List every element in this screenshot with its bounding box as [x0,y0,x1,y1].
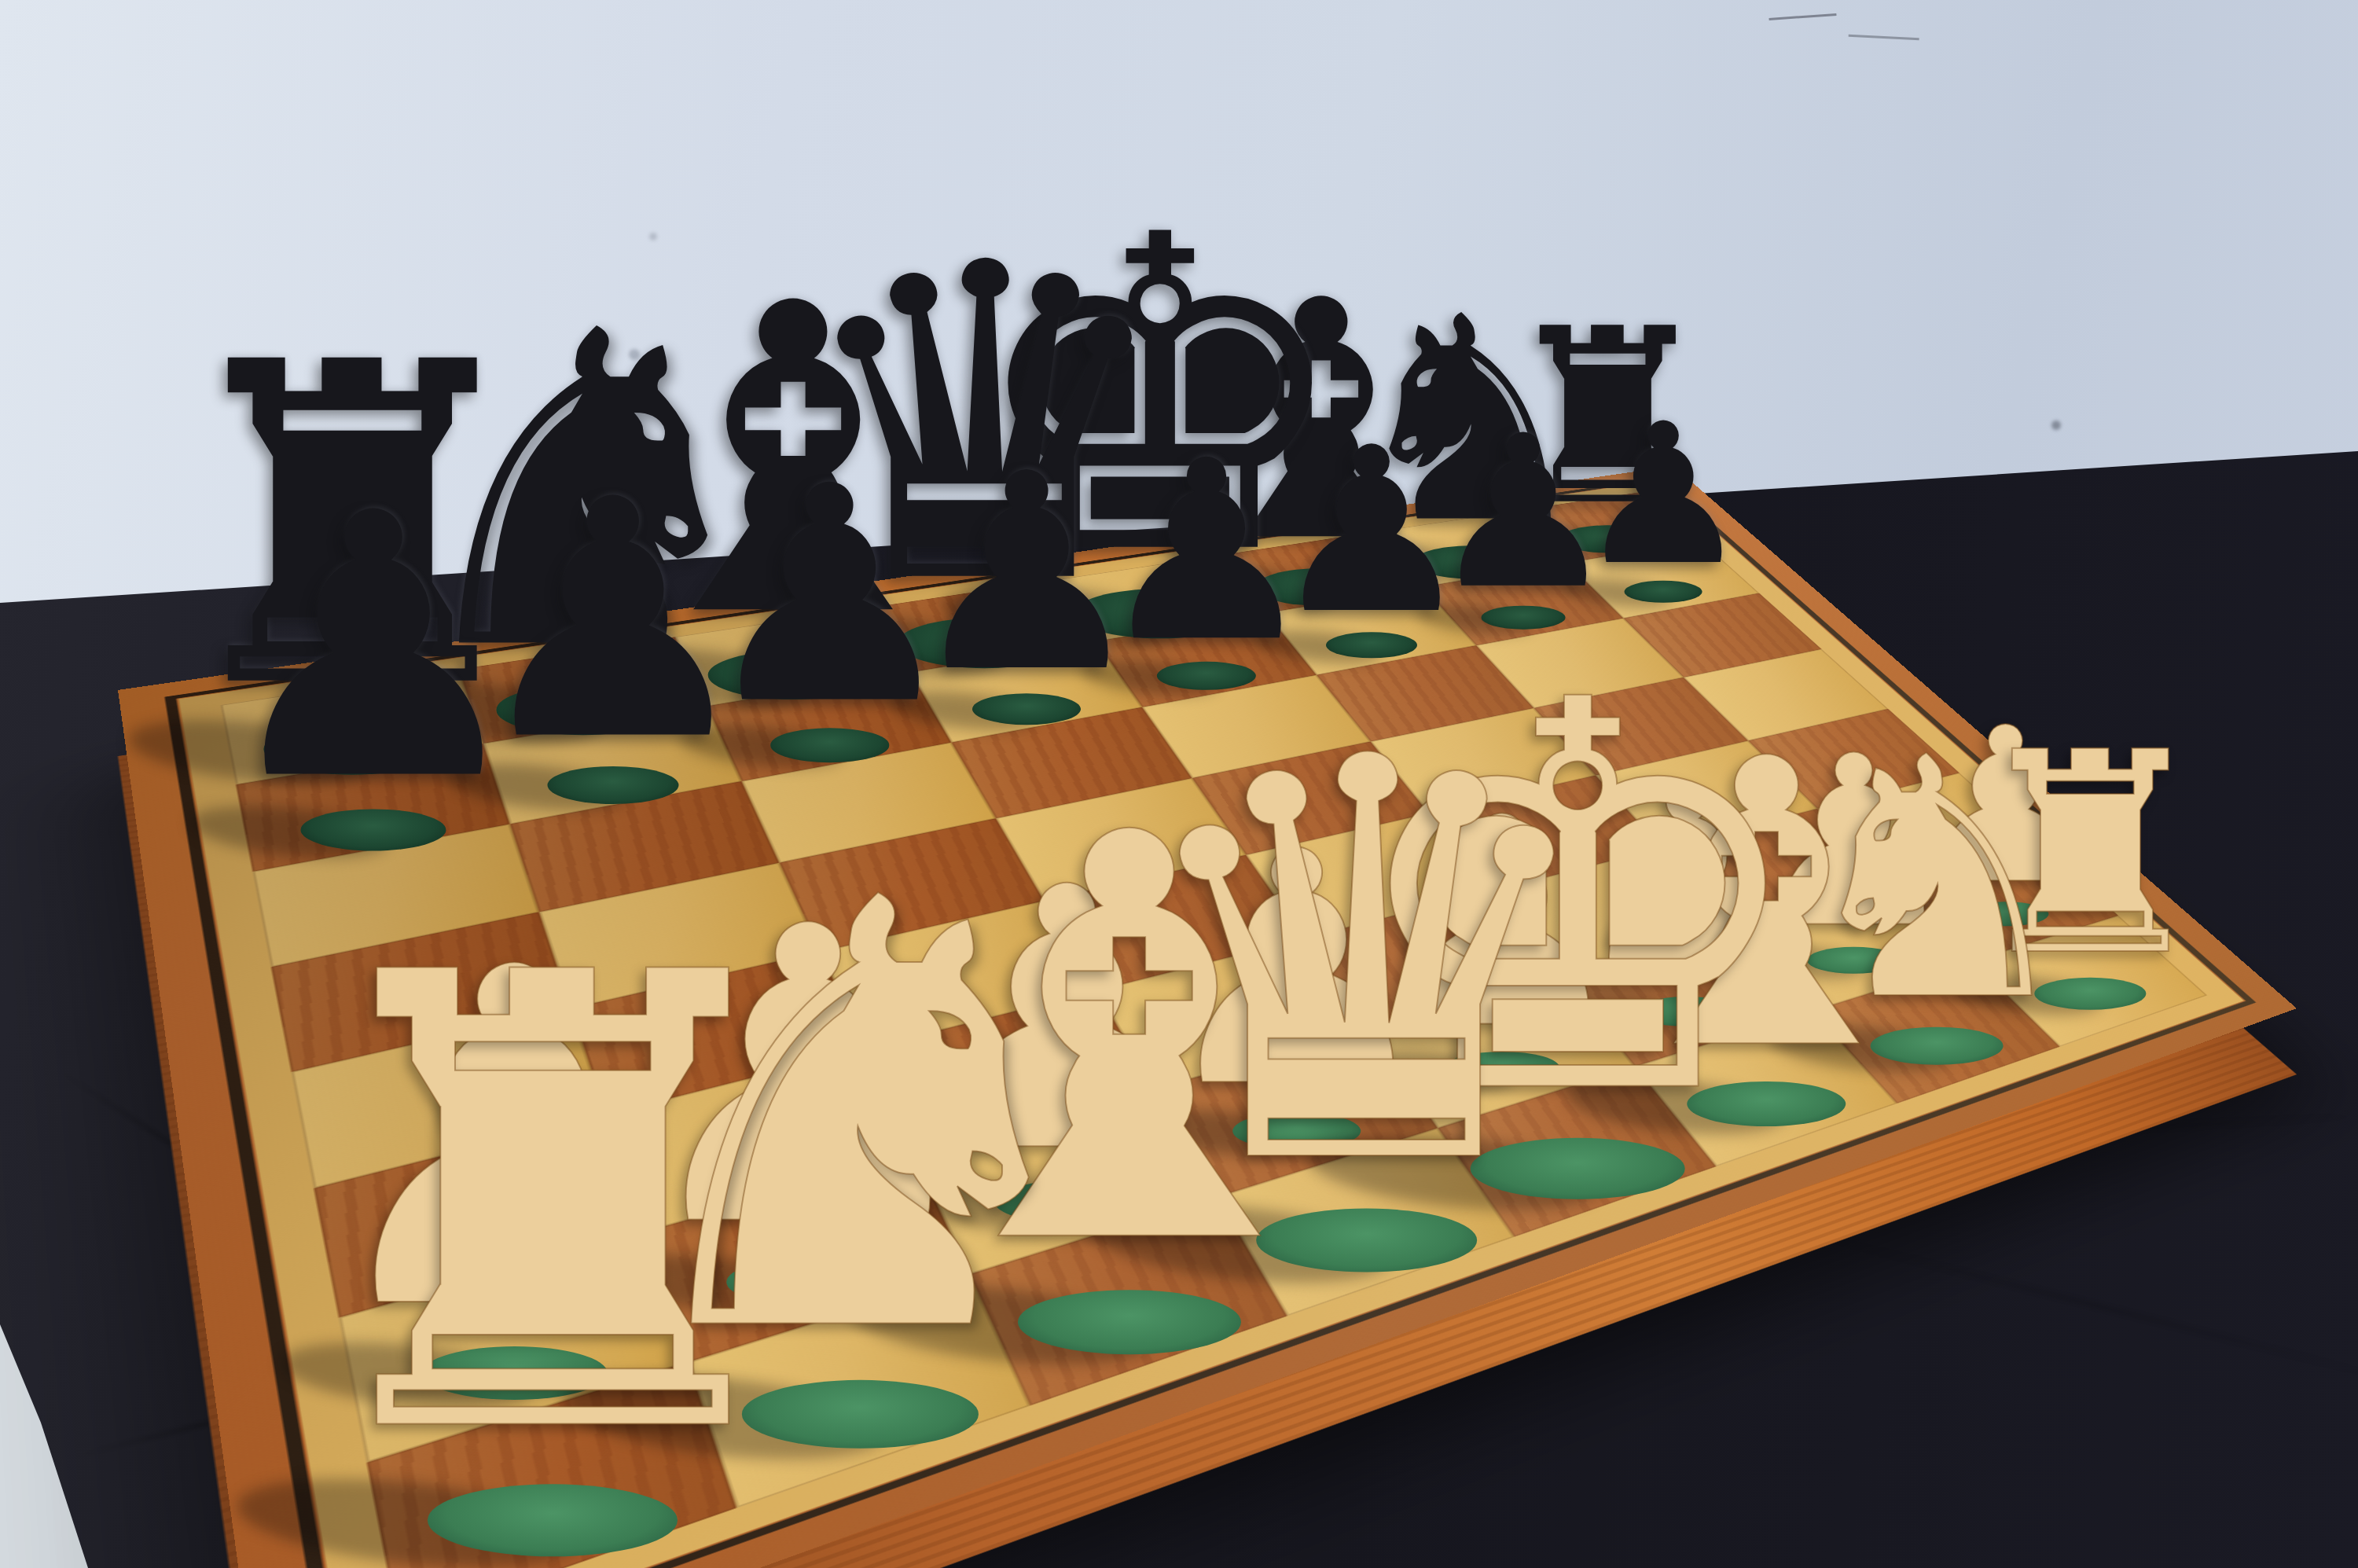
piece-felt-base [1157,662,1256,690]
white-bishop-icon: ♝ [879,764,1379,1322]
piece-shadow [1554,989,1699,1037]
piece-felt-base [1326,632,1417,658]
black-pawn-icon: ♟ [1096,428,1318,676]
black-pawn-icon: ♟ [696,448,964,746]
white-pawn-icon: ♟ [905,841,1229,1202]
white-knight-icon: ♞ [596,824,1125,1414]
piece-shadow [1084,1192,1394,1295]
piece-felt-base [1413,546,1526,578]
piece-shadow [1564,575,1673,611]
white-queen-icon: ♛ [1118,687,1614,1240]
piece-felt-base [1559,525,1656,553]
piece-felt-base [1688,1081,1846,1127]
white-pawn-icon: ♟ [307,908,723,1372]
piece-felt-base [1625,581,1702,603]
piece-shadow [1133,1103,1313,1162]
white-rook-icon: ♜ [1966,716,2215,993]
piece-felt-base [995,1181,1140,1223]
piece-shadow [1304,1121,1604,1221]
piece-shadow [678,719,844,775]
piece-felt-base [1445,1052,1560,1085]
black-pawn-icon: ♟ [1429,407,1618,617]
piece-shadow [1355,1043,1517,1096]
piece-shadow [600,1246,828,1322]
piece-felt-base [428,1484,678,1555]
black-bishop-icon: ♝ [1173,258,1468,587]
piece-felt-base [1963,902,2048,926]
photo-scene: ♜♞♝♛♚♝♞♜♟♟♟♟♟♟♟♟♟♟♟♟♟♟♟♟♜♞♝♛♚♝♞♜ [0,0,2358,1568]
piece-felt-base [770,729,890,763]
piece-felt-base [1073,589,1247,638]
piece-shadow [362,672,605,753]
piece-shadow [1255,625,1383,667]
piece-shadow [1416,599,1533,638]
piece-shadow [559,1362,890,1472]
piece-shadow [1948,969,2104,1021]
piece-felt-base [421,1346,607,1400]
white-pawn-icon: ♟ [1570,751,1803,1012]
white-pawn-icon: ♟ [626,874,991,1282]
piece-felt-base [1471,1137,1685,1199]
black-pawn-icon: ♟ [466,457,760,786]
piece-shadow [883,1170,1085,1238]
piece-shadow [1080,654,1219,700]
white-pawn-icon: ♟ [1373,780,1632,1068]
piece-shadow [1325,537,1483,589]
white-pawn-icon: ♟ [1909,700,2102,914]
black-pawn-icon: ♟ [1576,398,1750,592]
black-knight-icon: ♞ [1343,280,1596,562]
piece-shadow [1767,1017,1953,1079]
piece-shadow [277,1331,537,1418]
piece-shadow [1564,1069,1786,1143]
piece-shadow [1153,558,1338,619]
black-queen-icon: ♛ [789,207,1180,643]
piece-felt-base [264,723,441,774]
piece-shadow [888,685,1040,735]
black-king-icon: ♚ [965,180,1354,614]
black-knight-icon: ♞ [388,276,777,711]
white-bishop-icon: ♝ [1589,708,1945,1104]
pieces-layer: ♜♞♝♛♚♝♞♜♟♟♟♟♟♟♟♟♟♟♟♟♟♟♟♟♜♞♝♛♚♝♞♜ [0,0,2358,1568]
piece-shadow [1484,518,1619,563]
piece-shadow [445,757,629,818]
white-rook-icon: ♜ [273,895,833,1520]
piece-felt-base [708,651,879,700]
white-pawn-icon: ♟ [1152,810,1441,1131]
piece-felt-base [1870,1027,2003,1066]
piece-shadow [762,604,1006,686]
white-pawn-icon: ♟ [1748,725,1959,960]
piece-felt-base [547,766,678,804]
piece-felt-base [726,1258,890,1305]
piece-felt-base [1232,1113,1361,1150]
piece-felt-base [1635,997,1739,1026]
white-knight-icon: ♞ [1788,714,2085,1046]
black-pawn-icon: ♟ [211,466,537,830]
piece-shadow [1896,895,2016,935]
piece-felt-base [301,809,446,850]
piece-felt-base [898,618,1072,668]
piece-felt-base [2035,978,2146,1010]
white-king-icon: ♚ [1338,633,1818,1169]
piece-felt-base [497,685,670,736]
piece-shadow [188,798,391,865]
piece-felt-base [1018,1290,1241,1354]
piece-shadow [575,637,814,717]
piece-felt-base [742,1380,978,1448]
piece-felt-base [1256,1209,1478,1272]
piece-shadow [843,1272,1156,1377]
black-pawn-icon: ♟ [1269,417,1474,645]
black-pawn-icon: ♟ [905,438,1148,709]
piece-shadow [233,1465,584,1568]
black-rook-icon: ♜ [154,307,550,749]
piece-felt-base [1255,568,1387,606]
piece-shadow [127,710,374,792]
piece-felt-base [1482,605,1566,630]
piece-felt-base [972,693,1081,725]
black-rook-icon: ♜ [1500,298,1717,540]
piece-felt-base [1807,947,1901,974]
black-bishop-icon: ♝ [602,249,984,675]
piece-shadow [1733,939,1865,983]
piece-shadow [938,575,1181,656]
